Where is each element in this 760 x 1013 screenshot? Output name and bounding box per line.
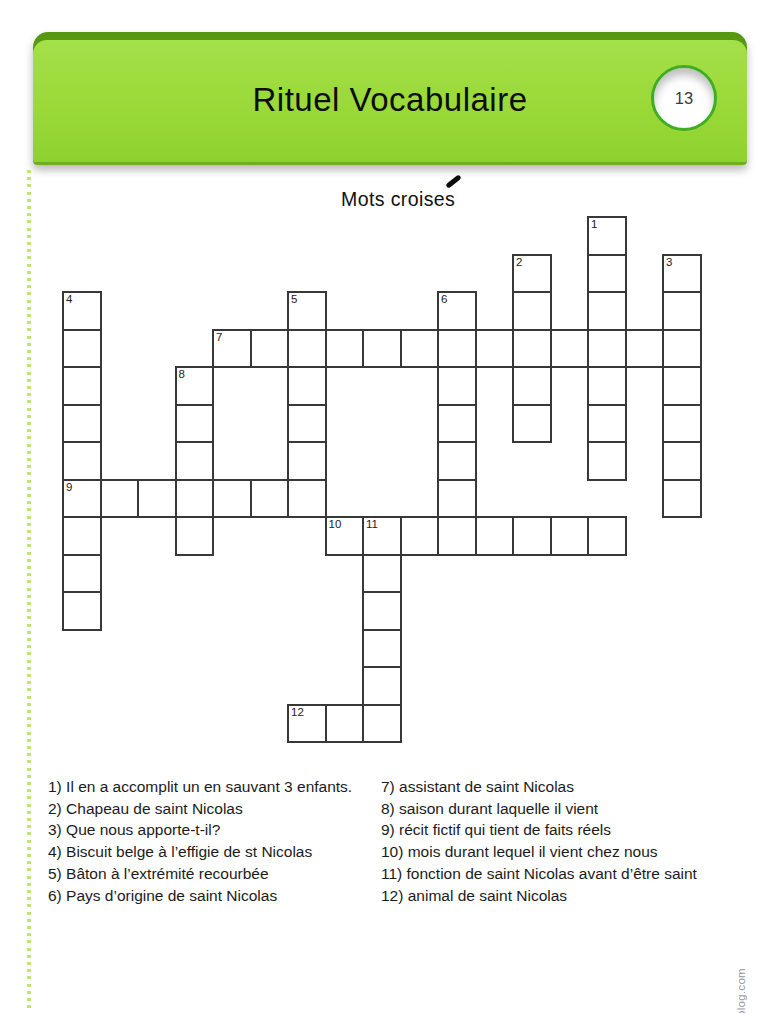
grid-cell[interactable]	[362, 591, 402, 631]
clue: 11) fonction de saint Nicolas avant d’êt…	[381, 863, 697, 885]
clue-number: 2	[516, 256, 522, 269]
clue-list-left: 1) Il en a accomplit un en sauvant 3 enf…	[48, 776, 352, 906]
clue-number: 10	[329, 518, 342, 531]
crossword-grid: 123456789101112	[0, 0, 760, 760]
grid-cell[interactable]	[475, 329, 515, 369]
grid-cell[interactable]: 8	[175, 366, 215, 406]
grid-cell[interactable]	[62, 516, 102, 556]
grid-cell[interactable]: 2	[512, 254, 552, 294]
clue: 10) mois durant lequel il vient chez nou…	[381, 841, 697, 863]
clue: 12) animal de saint Nicolas	[381, 885, 697, 907]
grid-cell[interactable]	[662, 479, 702, 519]
grid-cell[interactable]	[325, 704, 365, 744]
clue: 4) Biscuit belge à l’effigie de st Nicol…	[48, 841, 352, 863]
grid-cell[interactable]: 1	[587, 216, 627, 256]
clue: 8) saison durant laquelle il vient	[381, 798, 697, 820]
grid-cell[interactable]	[62, 366, 102, 406]
grid-cell[interactable]: 12	[287, 704, 327, 744]
grid-cell[interactable]	[662, 291, 702, 331]
clue-number: 11	[366, 518, 378, 531]
grid-cell[interactable]	[325, 329, 365, 369]
grid-cell[interactable]	[512, 366, 552, 406]
clue-number: 6	[441, 293, 447, 306]
grid-cell[interactable]	[512, 404, 552, 444]
grid-cell[interactable]	[62, 329, 102, 369]
grid-cell[interactable]	[587, 404, 627, 444]
grid-cell[interactable]	[437, 516, 477, 556]
grid-cell[interactable]	[662, 441, 702, 481]
grid-cell[interactable]	[287, 404, 327, 444]
clue: 6) Pays d’origine de saint Nicolas	[48, 885, 352, 907]
grid-cell[interactable]	[662, 366, 702, 406]
grid-cell[interactable]	[362, 629, 402, 669]
clue: 3) Que nous apporte-t-il?	[48, 819, 352, 841]
grid-cell[interactable]	[400, 516, 440, 556]
clue: 9) récit fictif qui tient de faits réels	[381, 819, 697, 841]
grid-cell[interactable]	[400, 329, 440, 369]
grid-cell[interactable]	[587, 441, 627, 481]
grid-cell[interactable]	[250, 329, 290, 369]
clue: 7) assistant de saint Nicolas	[381, 776, 697, 798]
grid-cell[interactable]: 5	[287, 291, 327, 331]
grid-cell[interactable]: 11	[362, 516, 402, 556]
grid-cell[interactable]: 3	[662, 254, 702, 294]
grid-cell[interactable]: 10	[325, 516, 365, 556]
grid-cell[interactable]	[512, 291, 552, 331]
grid-cell[interactable]	[437, 366, 477, 406]
grid-cell[interactable]	[587, 254, 627, 294]
grid-cell[interactable]: 6	[437, 291, 477, 331]
grid-cell[interactable]	[250, 479, 290, 519]
clue-number: 3	[666, 256, 672, 269]
grid-cell[interactable]	[512, 329, 552, 369]
website-url: http://lecartabledelphine.eklablog.com	[735, 968, 747, 1013]
grid-cell[interactable]	[62, 441, 102, 481]
dotted-left-border	[27, 170, 31, 1010]
grid-cell[interactable]	[550, 516, 590, 556]
clue-number: 4	[66, 293, 72, 306]
grid-cell[interactable]	[287, 479, 327, 519]
grid-cell[interactable]	[550, 329, 590, 369]
clue-list-right: 7) assistant de saint Nicolas8) saison d…	[381, 776, 697, 906]
grid-cell[interactable]	[362, 554, 402, 594]
clue-number: 5	[291, 293, 297, 306]
clue-number: 7	[216, 331, 222, 344]
grid-cell[interactable]	[62, 591, 102, 631]
grid-cell[interactable]	[512, 516, 552, 556]
grid-cell[interactable]: 9	[62, 479, 102, 519]
grid-cell[interactable]	[587, 329, 627, 369]
clue-number: 12	[291, 706, 304, 719]
clue: 1) Il en a accomplit un en sauvant 3 enf…	[48, 776, 352, 798]
grid-cell[interactable]	[100, 479, 140, 519]
grid-cell[interactable]	[212, 479, 252, 519]
grid-cell[interactable]	[437, 329, 477, 369]
grid-cell[interactable]	[437, 479, 477, 519]
grid-cell[interactable]	[287, 366, 327, 406]
grid-cell[interactable]	[475, 516, 515, 556]
grid-cell[interactable]	[362, 666, 402, 706]
worksheet-page: Rituel Vocabulaire 13 Mots croises 12345…	[0, 0, 760, 1013]
grid-cell[interactable]: 7	[212, 329, 252, 369]
clue-number: 1	[591, 218, 597, 231]
grid-cell[interactable]	[137, 479, 177, 519]
grid-cell[interactable]	[587, 291, 627, 331]
grid-cell[interactable]	[362, 329, 402, 369]
grid-cell[interactable]	[287, 329, 327, 369]
grid-cell[interactable]	[625, 329, 665, 369]
grid-cell[interactable]	[437, 404, 477, 444]
grid-cell[interactable]	[287, 441, 327, 481]
clue-number: 8	[179, 368, 185, 381]
grid-cell[interactable]	[437, 441, 477, 481]
grid-cell[interactable]	[362, 704, 402, 744]
clue: 2) Chapeau de saint Nicolas	[48, 798, 352, 820]
grid-cell[interactable]	[662, 404, 702, 444]
grid-cell[interactable]	[175, 404, 215, 444]
grid-cell[interactable]	[62, 554, 102, 594]
grid-cell[interactable]	[662, 329, 702, 369]
clue: 5) Bâton à l’extrémité recourbée	[48, 863, 352, 885]
grid-cell[interactable]	[175, 479, 215, 519]
clue-number: 9	[66, 481, 72, 494]
grid-cell[interactable]	[175, 441, 215, 481]
grid-cell[interactable]	[62, 404, 102, 444]
grid-cell[interactable]: 4	[62, 291, 102, 331]
grid-cell[interactable]	[175, 516, 215, 556]
grid-cell[interactable]	[587, 516, 627, 556]
grid-cell[interactable]	[587, 366, 627, 406]
